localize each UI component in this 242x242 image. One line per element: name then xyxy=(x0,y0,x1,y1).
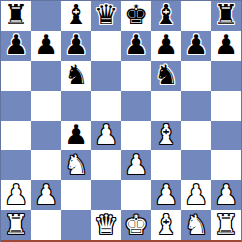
square-b4[interactable] xyxy=(31,121,61,151)
square-b7[interactable]: ♟ xyxy=(31,31,61,61)
square-g7[interactable]: ♟ xyxy=(181,31,211,61)
square-c2[interactable] xyxy=(61,180,91,210)
square-h4[interactable] xyxy=(211,121,241,151)
square-c4[interactable]: ♟ xyxy=(61,121,91,151)
square-c7[interactable]: ♟ xyxy=(61,31,91,61)
chess-board-frame: ♜♝♛♚♝♜♟♟♟♟♟♟♟♞♞♟♟♝♞♟♟♟♟♟♟♜♛♚♝♞♜ xyxy=(0,0,242,242)
square-a8[interactable]: ♜ xyxy=(1,1,31,31)
square-c8[interactable]: ♝ xyxy=(61,1,91,31)
piece-white-pawn: ♟ xyxy=(154,181,178,208)
chess-board: ♜♝♛♚♝♜♟♟♟♟♟♟♟♞♞♟♟♝♞♟♟♟♟♟♟♜♛♚♝♞♜ xyxy=(1,1,241,240)
piece-black-pawn: ♟ xyxy=(34,31,58,58)
piece-black-pawn: ♟ xyxy=(184,31,208,58)
square-a5[interactable] xyxy=(1,91,31,121)
piece-white-pawn: ♟ xyxy=(34,181,58,208)
piece-black-rook: ♜ xyxy=(4,1,28,28)
piece-white-pawn: ♟ xyxy=(124,151,148,178)
square-f3[interactable] xyxy=(151,150,181,180)
piece-black-knight: ♞ xyxy=(64,61,88,88)
piece-white-pawn: ♟ xyxy=(184,181,208,208)
square-f5[interactable] xyxy=(151,91,181,121)
square-c5[interactable] xyxy=(61,91,91,121)
square-f4[interactable]: ♝ xyxy=(151,121,181,151)
piece-black-pawn: ♟ xyxy=(64,31,88,58)
square-d4[interactable]: ♟ xyxy=(91,121,121,151)
piece-white-bishop: ♝ xyxy=(154,121,178,148)
piece-black-king: ♚ xyxy=(124,1,148,28)
square-h1[interactable]: ♜ xyxy=(211,210,241,240)
square-g5[interactable] xyxy=(181,91,211,121)
square-g3[interactable] xyxy=(181,150,211,180)
square-f8[interactable]: ♝ xyxy=(151,1,181,31)
square-g2[interactable]: ♟ xyxy=(181,180,211,210)
square-a3[interactable] xyxy=(1,150,31,180)
square-h8[interactable]: ♜ xyxy=(211,1,241,31)
piece-white-queen: ♛ xyxy=(94,211,118,238)
piece-black-pawn: ♟ xyxy=(64,121,88,148)
square-h5[interactable] xyxy=(211,91,241,121)
square-b2[interactable]: ♟ xyxy=(31,180,61,210)
piece-white-knight: ♞ xyxy=(184,211,208,238)
square-e8[interactable]: ♚ xyxy=(121,1,151,31)
square-d8[interactable]: ♛ xyxy=(91,1,121,31)
square-b1[interactable] xyxy=(31,210,61,240)
square-a4[interactable] xyxy=(1,121,31,151)
piece-black-bishop: ♝ xyxy=(64,1,88,28)
square-d5[interactable] xyxy=(91,91,121,121)
piece-white-pawn: ♟ xyxy=(94,121,118,148)
square-h2[interactable]: ♟ xyxy=(211,180,241,210)
square-d3[interactable] xyxy=(91,150,121,180)
square-e1[interactable]: ♚ xyxy=(121,210,151,240)
piece-white-king: ♚ xyxy=(124,211,148,238)
square-e6[interactable] xyxy=(121,61,151,91)
piece-black-pawn: ♟ xyxy=(124,31,148,58)
square-g4[interactable] xyxy=(181,121,211,151)
square-f1[interactable]: ♝ xyxy=(151,210,181,240)
piece-white-bishop: ♝ xyxy=(154,211,178,238)
piece-white-rook: ♜ xyxy=(214,211,238,238)
square-a6[interactable] xyxy=(1,61,31,91)
square-b3[interactable] xyxy=(31,150,61,180)
piece-white-pawn: ♟ xyxy=(4,181,28,208)
piece-black-pawn: ♟ xyxy=(4,31,28,58)
square-b6[interactable] xyxy=(31,61,61,91)
square-a1[interactable]: ♜ xyxy=(1,210,31,240)
square-d1[interactable]: ♛ xyxy=(91,210,121,240)
square-h3[interactable] xyxy=(211,150,241,180)
square-h6[interactable] xyxy=(211,61,241,91)
square-c6[interactable]: ♞ xyxy=(61,61,91,91)
square-d2[interactable] xyxy=(91,180,121,210)
square-e7[interactable]: ♟ xyxy=(121,31,151,61)
piece-black-bishop: ♝ xyxy=(154,1,178,28)
square-f2[interactable]: ♟ xyxy=(151,180,181,210)
piece-black-queen: ♛ xyxy=(94,1,118,28)
square-e4[interactable] xyxy=(121,121,151,151)
square-f7[interactable]: ♟ xyxy=(151,31,181,61)
square-c3[interactable]: ♞ xyxy=(61,150,91,180)
square-a2[interactable]: ♟ xyxy=(1,180,31,210)
square-e2[interactable] xyxy=(121,180,151,210)
square-e5[interactable] xyxy=(121,91,151,121)
piece-white-rook: ♜ xyxy=(4,211,28,238)
square-d7[interactable] xyxy=(91,31,121,61)
square-g1[interactable]: ♞ xyxy=(181,210,211,240)
piece-black-pawn: ♟ xyxy=(154,31,178,58)
square-f6[interactable]: ♞ xyxy=(151,61,181,91)
square-b5[interactable] xyxy=(31,91,61,121)
piece-black-knight: ♞ xyxy=(154,61,178,88)
square-b8[interactable] xyxy=(31,1,61,31)
piece-white-knight: ♞ xyxy=(64,151,88,178)
square-e3[interactable]: ♟ xyxy=(121,150,151,180)
piece-white-pawn: ♟ xyxy=(214,181,238,208)
square-h7[interactable]: ♟ xyxy=(211,31,241,61)
piece-black-rook: ♜ xyxy=(214,1,238,28)
piece-black-pawn: ♟ xyxy=(214,31,238,58)
square-c1[interactable] xyxy=(61,210,91,240)
square-g8[interactable] xyxy=(181,1,211,31)
square-g6[interactable] xyxy=(181,61,211,91)
square-d6[interactable] xyxy=(91,61,121,91)
square-a7[interactable]: ♟ xyxy=(1,31,31,61)
